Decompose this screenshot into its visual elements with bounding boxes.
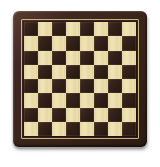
square-r1-c2	[38, 22, 52, 36]
square-r8-c5	[80, 122, 94, 136]
square-r5-c3	[52, 79, 66, 93]
square-r3-c8	[122, 51, 136, 65]
square-r1-c1	[24, 22, 38, 36]
square-r4-c2	[38, 65, 52, 79]
square-r5-c6	[94, 79, 108, 93]
square-r8-c2	[38, 122, 52, 136]
square-r2-c4	[66, 36, 80, 50]
square-r5-c8	[122, 79, 136, 93]
square-r3-c6	[94, 51, 108, 65]
square-r6-c2	[38, 93, 52, 107]
square-r8-c4	[66, 122, 80, 136]
square-r2-c7	[108, 36, 122, 50]
square-r1-c5	[80, 22, 94, 36]
square-r2-c3	[52, 36, 66, 50]
square-r6-c1	[24, 93, 38, 107]
square-r5-c1	[24, 79, 38, 93]
square-r4-c5	[80, 65, 94, 79]
square-r3-c4	[66, 51, 80, 65]
square-r7-c5	[80, 108, 94, 122]
square-r1-c7	[108, 22, 122, 36]
square-r8-c1	[24, 122, 38, 136]
square-r2-c2	[38, 36, 52, 50]
square-r4-c3	[52, 65, 66, 79]
square-r1-c4	[66, 22, 80, 36]
square-r4-c6	[94, 65, 108, 79]
chess-board	[24, 22, 136, 136]
square-r3-c2	[38, 51, 52, 65]
square-r8-c7	[108, 122, 122, 136]
square-r7-c2	[38, 108, 52, 122]
square-r7-c4	[66, 108, 80, 122]
square-r2-c5	[80, 36, 94, 50]
square-r6-c7	[108, 93, 122, 107]
square-r6-c8	[122, 93, 136, 107]
square-r8-c6	[94, 122, 108, 136]
square-r4-c4	[66, 65, 80, 79]
board-photo	[0, 0, 160, 167]
square-r7-c7	[108, 108, 122, 122]
square-r2-c6	[94, 36, 108, 50]
square-r6-c6	[94, 93, 108, 107]
square-r4-c8	[122, 65, 136, 79]
square-r5-c5	[80, 79, 94, 93]
square-r3-c7	[108, 51, 122, 65]
square-r1-c6	[94, 22, 108, 36]
square-r7-c1	[24, 108, 38, 122]
square-r8-c3	[52, 122, 66, 136]
chess-board-frame	[13, 11, 147, 147]
square-r7-c6	[94, 108, 108, 122]
square-r4-c7	[108, 65, 122, 79]
square-r6-c5	[80, 93, 94, 107]
square-r4-c1	[24, 65, 38, 79]
square-r3-c5	[80, 51, 94, 65]
square-r5-c2	[38, 79, 52, 93]
square-r8-c8	[122, 122, 136, 136]
square-r1-c3	[52, 22, 66, 36]
square-r7-c3	[52, 108, 66, 122]
square-r3-c3	[52, 51, 66, 65]
square-r6-c3	[52, 93, 66, 107]
square-r7-c8	[122, 108, 136, 122]
square-r2-c8	[122, 36, 136, 50]
square-r3-c1	[24, 51, 38, 65]
square-r5-c7	[108, 79, 122, 93]
square-r5-c4	[66, 79, 80, 93]
square-r2-c1	[24, 36, 38, 50]
square-r1-c8	[122, 22, 136, 36]
square-r6-c4	[66, 93, 80, 107]
